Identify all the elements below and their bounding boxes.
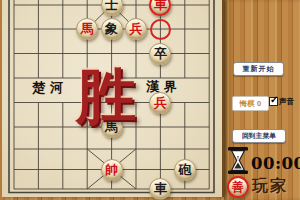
xiangqi-board[interactable]: 楚河 漢界 胜 士車馬象兵卒兵馬帥砲車 <box>2 0 224 197</box>
main-menu-button[interactable]: 回到主菜单 <box>232 129 286 143</box>
piece-black-cannon[interactable]: 砲 <box>174 159 196 181</box>
restart-button[interactable]: 重新开始 <box>233 62 284 76</box>
sound-checkbox[interactable]: ✓ <box>269 97 278 106</box>
river-label-left: 楚河 <box>32 79 68 97</box>
game-window: 楚河 漢界 胜 士車馬象兵卒兵馬帥砲車 重新开始 悔棋 0 ✓ 声音 回到主菜单… <box>0 0 300 200</box>
piece-red-soldier[interactable]: 兵 <box>149 92 171 114</box>
undo-count: 0 <box>257 99 261 108</box>
player-side-piece-icon: 善 <box>227 176 249 198</box>
hourglass-icon <box>227 147 249 174</box>
piece-red-soldier[interactable]: 兵 <box>125 18 147 40</box>
last-move-marker <box>150 19 171 40</box>
undo-label: 悔棋 <box>240 99 255 108</box>
piece-red-general[interactable]: 帥 <box>101 159 123 181</box>
undo-button[interactable]: 悔棋 0 <box>232 96 269 111</box>
sound-label: 声音 <box>279 97 294 107</box>
victory-overlay: 胜 <box>74 66 138 126</box>
piece-black-soldier[interactable]: 卒 <box>149 43 171 65</box>
sidebar: 重新开始 悔棋 0 ✓ 声音 回到主菜单 00:00 善 玩家 <box>224 0 300 200</box>
checkmark-icon: ✓ <box>270 94 278 105</box>
piece-black-elephant[interactable]: 象 <box>101 18 123 40</box>
player-label: 玩家 <box>252 176 288 197</box>
timer-display: 00:00 <box>251 154 300 173</box>
